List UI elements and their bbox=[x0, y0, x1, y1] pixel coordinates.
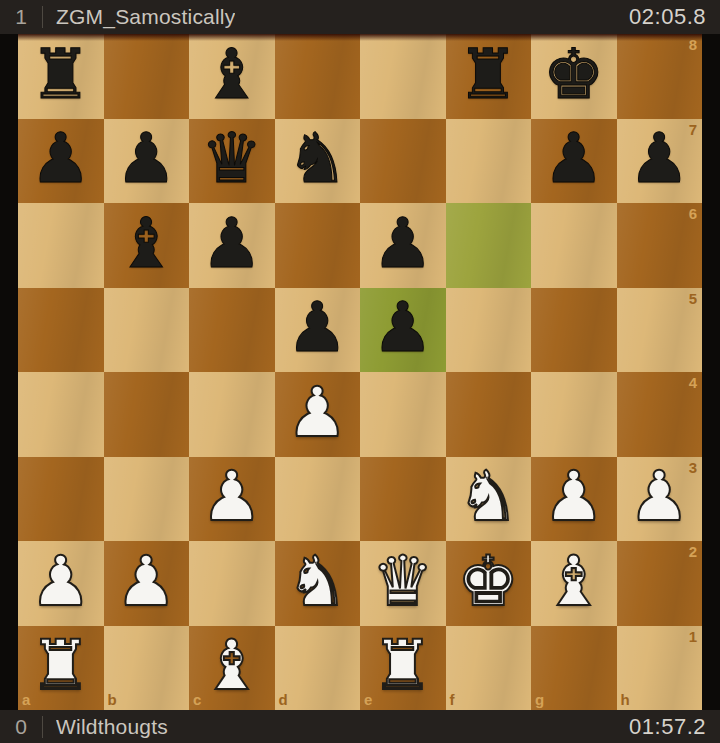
rank-label-8: 8 bbox=[689, 36, 697, 53]
square-a4[interactable] bbox=[18, 372, 104, 457]
rank-label-1: 1 bbox=[689, 628, 697, 645]
bottom-player-score: 0 bbox=[0, 715, 42, 739]
square-b8[interactable] bbox=[104, 34, 190, 119]
square-h7[interactable]: ♟7 bbox=[617, 119, 703, 204]
square-d8[interactable] bbox=[275, 34, 361, 119]
white-pawn-icon: ♟ bbox=[543, 462, 605, 531]
black-king-icon: ♚ bbox=[543, 40, 605, 109]
square-b4[interactable] bbox=[104, 372, 190, 457]
square-c1[interactable]: ♝c bbox=[189, 626, 275, 711]
square-c2[interactable] bbox=[189, 541, 275, 626]
square-c7[interactable]: ♛ bbox=[189, 119, 275, 204]
black-pawn-icon: ♟ bbox=[30, 124, 92, 193]
top-player-name: ZGM_Samostically bbox=[56, 5, 235, 29]
square-a7[interactable]: ♟ bbox=[18, 119, 104, 204]
square-b5[interactable] bbox=[104, 288, 190, 373]
bottom-player-clock: 01:57.2 bbox=[629, 714, 706, 740]
black-pawn-icon: ♟ bbox=[115, 124, 177, 193]
square-d5[interactable]: ♟ bbox=[275, 288, 361, 373]
rank-label-4: 4 bbox=[689, 374, 697, 391]
white-pawn-icon: ♟ bbox=[30, 547, 92, 616]
black-pawn-icon: ♟ bbox=[543, 124, 605, 193]
square-a1[interactable]: ♜a bbox=[18, 626, 104, 711]
square-g1[interactable]: g bbox=[531, 626, 617, 711]
white-pawn-icon: ♟ bbox=[286, 378, 348, 447]
square-b1[interactable]: b bbox=[104, 626, 190, 711]
board-area: ♜♝♜♚8♟♟♛♞♟♟7♝♟♟6♟♟5♟4♟♞♟♟3♟♟♞♛♚♝2♜ab♝cd♜… bbox=[0, 34, 720, 710]
white-bishop-icon: ♝ bbox=[201, 631, 263, 700]
black-knight-icon: ♞ bbox=[286, 124, 348, 193]
square-h3[interactable]: ♟3 bbox=[617, 457, 703, 542]
white-pawn-icon: ♟ bbox=[115, 547, 177, 616]
rank-label-6: 6 bbox=[689, 205, 697, 222]
white-pawn-icon: ♟ bbox=[201, 462, 263, 531]
white-rook-icon: ♜ bbox=[372, 631, 434, 700]
white-queen-icon: ♛ bbox=[372, 547, 434, 616]
chess-tv-page: 1 ZGM_Samostically 02:05.8 ♜♝♜♚8♟♟♛♞♟♟7♝… bbox=[0, 0, 720, 743]
square-g7[interactable]: ♟ bbox=[531, 119, 617, 204]
square-f5[interactable] bbox=[446, 288, 532, 373]
white-king-icon: ♚ bbox=[457, 547, 519, 616]
square-f6[interactable] bbox=[446, 203, 532, 288]
square-g5[interactable] bbox=[531, 288, 617, 373]
square-a5[interactable] bbox=[18, 288, 104, 373]
black-rook-icon: ♜ bbox=[30, 40, 92, 109]
square-g2[interactable]: ♝ bbox=[531, 541, 617, 626]
square-d3[interactable] bbox=[275, 457, 361, 542]
square-e5[interactable]: ♟ bbox=[360, 288, 446, 373]
square-c4[interactable] bbox=[189, 372, 275, 457]
black-queen-icon: ♛ bbox=[201, 124, 263, 193]
square-d2[interactable]: ♞ bbox=[275, 541, 361, 626]
square-d1[interactable]: d bbox=[275, 626, 361, 711]
square-e6[interactable]: ♟ bbox=[360, 203, 446, 288]
square-f3[interactable]: ♞ bbox=[446, 457, 532, 542]
file-label-g: g bbox=[535, 691, 544, 708]
black-pawn-icon: ♟ bbox=[286, 293, 348, 362]
square-b2[interactable]: ♟ bbox=[104, 541, 190, 626]
square-e7[interactable] bbox=[360, 119, 446, 204]
square-f8[interactable]: ♜ bbox=[446, 34, 532, 119]
square-h1[interactable]: h1 bbox=[617, 626, 703, 711]
square-b3[interactable] bbox=[104, 457, 190, 542]
file-label-d: d bbox=[279, 691, 288, 708]
square-a3[interactable] bbox=[18, 457, 104, 542]
square-b7[interactable]: ♟ bbox=[104, 119, 190, 204]
square-c5[interactable] bbox=[189, 288, 275, 373]
bottom-player-name: Wildthougts bbox=[56, 715, 168, 739]
white-bishop-icon: ♝ bbox=[543, 547, 605, 616]
score-divider bbox=[42, 716, 43, 738]
rank-label-2: 2 bbox=[689, 543, 697, 560]
square-c6[interactable]: ♟ bbox=[189, 203, 275, 288]
black-pawn-icon: ♟ bbox=[201, 209, 263, 278]
top-player-score: 1 bbox=[0, 5, 42, 29]
white-pawn-icon: ♟ bbox=[628, 462, 690, 531]
black-pawn-icon: ♟ bbox=[372, 293, 434, 362]
square-e3[interactable] bbox=[360, 457, 446, 542]
white-knight-icon: ♞ bbox=[457, 462, 519, 531]
white-rook-icon: ♜ bbox=[30, 631, 92, 700]
white-knight-icon: ♞ bbox=[286, 547, 348, 616]
square-h8[interactable]: 8 bbox=[617, 34, 703, 119]
score-divider bbox=[42, 6, 43, 28]
square-e1[interactable]: ♜e bbox=[360, 626, 446, 711]
square-d6[interactable] bbox=[275, 203, 361, 288]
square-c3[interactable]: ♟ bbox=[189, 457, 275, 542]
square-g8[interactable]: ♚ bbox=[531, 34, 617, 119]
square-g4[interactable] bbox=[531, 372, 617, 457]
square-e2[interactable]: ♛ bbox=[360, 541, 446, 626]
file-label-f: f bbox=[450, 691, 455, 708]
square-f2[interactable]: ♚ bbox=[446, 541, 532, 626]
square-a2[interactable]: ♟ bbox=[18, 541, 104, 626]
square-h4[interactable]: 4 bbox=[617, 372, 703, 457]
square-h2[interactable]: 2 bbox=[617, 541, 703, 626]
square-e8[interactable] bbox=[360, 34, 446, 119]
square-g6[interactable] bbox=[531, 203, 617, 288]
square-b6[interactable]: ♝ bbox=[104, 203, 190, 288]
file-label-b: b bbox=[108, 691, 117, 708]
black-pawn-icon: ♟ bbox=[628, 124, 690, 193]
square-d4[interactable]: ♟ bbox=[275, 372, 361, 457]
chess-board: ♜♝♜♚8♟♟♛♞♟♟7♝♟♟6♟♟5♟4♟♞♟♟3♟♟♞♛♚♝2♜ab♝cd♜… bbox=[18, 34, 702, 710]
square-h5[interactable]: 5 bbox=[617, 288, 703, 373]
square-f1[interactable]: f bbox=[446, 626, 532, 711]
square-h6[interactable]: 6 bbox=[617, 203, 703, 288]
black-rook-icon: ♜ bbox=[457, 40, 519, 109]
square-d7[interactable]: ♞ bbox=[275, 119, 361, 204]
file-label-h: h bbox=[621, 691, 630, 708]
bottom-player-bar: 0 Wildthougts 01:57.2 bbox=[0, 710, 720, 743]
square-g3[interactable]: ♟ bbox=[531, 457, 617, 542]
square-a8[interactable]: ♜ bbox=[18, 34, 104, 119]
top-player-clock: 02:05.8 bbox=[629, 4, 706, 30]
black-bishop-icon: ♝ bbox=[115, 209, 177, 278]
square-f7[interactable] bbox=[446, 119, 532, 204]
rank-label-5: 5 bbox=[689, 290, 697, 307]
square-f4[interactable] bbox=[446, 372, 532, 457]
top-player-bar: 1 ZGM_Samostically 02:05.8 bbox=[0, 0, 720, 34]
square-a6[interactable] bbox=[18, 203, 104, 288]
square-e4[interactable] bbox=[360, 372, 446, 457]
square-c8[interactable]: ♝ bbox=[189, 34, 275, 119]
black-bishop-icon: ♝ bbox=[201, 40, 263, 109]
black-pawn-icon: ♟ bbox=[372, 209, 434, 278]
